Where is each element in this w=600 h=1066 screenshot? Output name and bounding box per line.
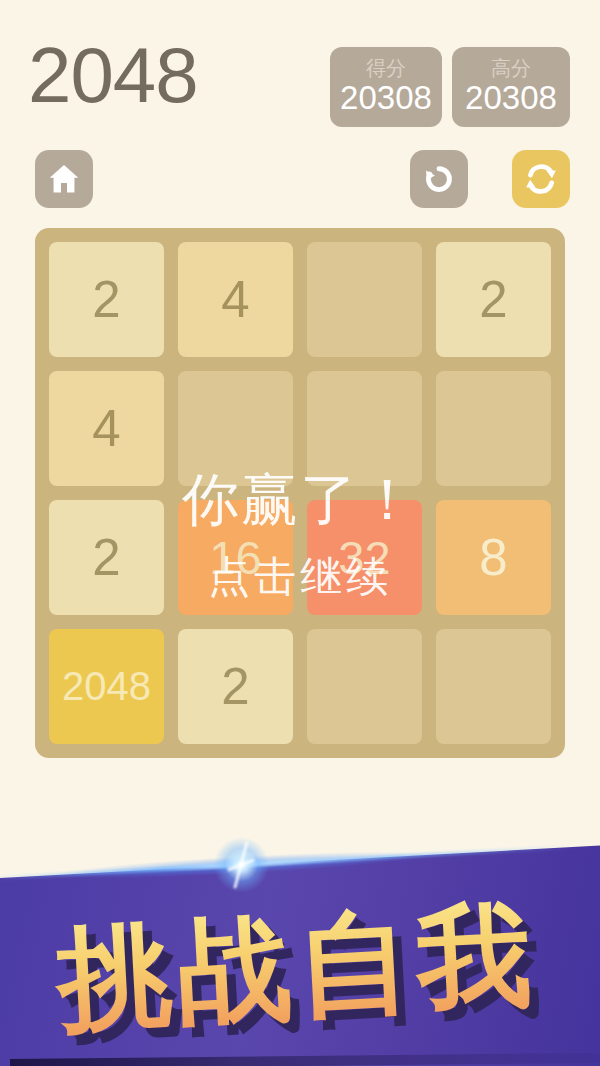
score-label: 得分 (330, 57, 442, 79)
score-box: 得分 20308 (330, 47, 442, 127)
undo-button[interactable] (410, 150, 468, 208)
empty-cell (436, 629, 551, 744)
score-value: 20308 (330, 79, 442, 117)
refresh-icon (522, 160, 560, 198)
refresh-button[interactable] (512, 150, 570, 208)
empty-cell (307, 242, 422, 357)
ad-banner[interactable]: 挑战自我 挑战自我 (0, 845, 600, 1066)
home-icon (45, 160, 83, 198)
undo-icon (420, 160, 458, 198)
best-score-value: 20308 (452, 79, 570, 117)
tile-2: 2 (49, 242, 164, 357)
empty-cell (307, 629, 422, 744)
best-score-box: 高分 20308 (452, 47, 570, 127)
tile-2048: 2048 (49, 629, 164, 744)
home-button[interactable] (35, 150, 93, 208)
tile-2: 2 (178, 629, 293, 744)
tile-2: 2 (436, 242, 551, 357)
win-message: 你赢了！ (0, 462, 600, 539)
app-title: 2048 (28, 30, 198, 121)
ad-banner-text: 挑战自我 挑战自我 (0, 883, 600, 1051)
tile-4: 4 (178, 242, 293, 357)
continue-prompt[interactable]: 点击继续 (0, 549, 600, 605)
best-score-label: 高分 (452, 57, 570, 79)
